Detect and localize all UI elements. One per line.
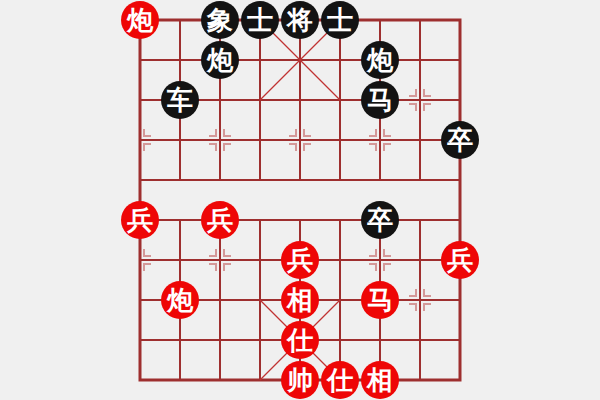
pieces-layer: 炮兵兵兵兵炮相马仕帅仕相象士将士炮炮车马卒卒 bbox=[140, 20, 460, 380]
piece-red-elephant[interactable]: 相 bbox=[281, 281, 319, 319]
piece-black-advisor[interactable]: 士 bbox=[321, 1, 359, 39]
piece-red-soldier[interactable]: 兵 bbox=[441, 241, 479, 279]
piece-black-soldier[interactable]: 卒 bbox=[361, 201, 399, 239]
piece-black-cannon[interactable]: 炮 bbox=[361, 41, 399, 79]
piece-red-cannon[interactable]: 炮 bbox=[121, 1, 159, 39]
piece-red-horse[interactable]: 马 bbox=[361, 281, 399, 319]
piece-red-soldier[interactable]: 兵 bbox=[121, 201, 159, 239]
piece-black-cannon[interactable]: 炮 bbox=[201, 41, 239, 79]
app-background: 炮兵兵兵兵炮相马仕帅仕相象士将士炮炮车马卒卒 bbox=[0, 0, 600, 400]
piece-red-elephant[interactable]: 相 bbox=[361, 361, 399, 399]
piece-red-advisor[interactable]: 仕 bbox=[321, 361, 359, 399]
piece-red-cannon[interactable]: 炮 bbox=[161, 281, 199, 319]
piece-black-general[interactable]: 将 bbox=[281, 1, 319, 39]
piece-black-soldier[interactable]: 卒 bbox=[441, 121, 479, 159]
piece-black-horse[interactable]: 马 bbox=[361, 81, 399, 119]
piece-red-soldier[interactable]: 兵 bbox=[201, 201, 239, 239]
piece-red-general[interactable]: 帅 bbox=[281, 361, 319, 399]
piece-black-chariot[interactable]: 车 bbox=[161, 81, 199, 119]
piece-red-soldier[interactable]: 兵 bbox=[281, 241, 319, 279]
piece-red-advisor[interactable]: 仕 bbox=[281, 321, 319, 359]
piece-black-advisor[interactable]: 士 bbox=[241, 1, 279, 39]
piece-black-elephant[interactable]: 象 bbox=[201, 1, 239, 39]
xiangqi-board: 炮兵兵兵兵炮相马仕帅仕相象士将士炮炮车马卒卒 bbox=[140, 20, 460, 380]
